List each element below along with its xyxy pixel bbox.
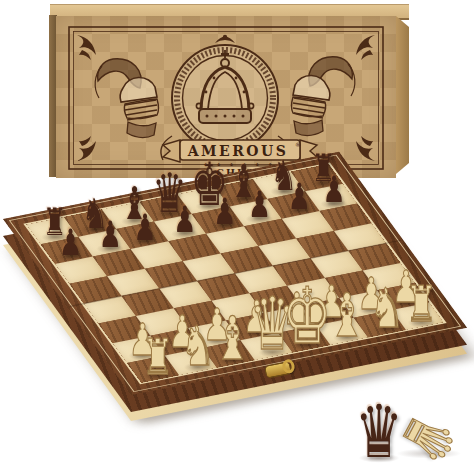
left-helmet [95,59,158,138]
trademark-symbol: ® [295,141,301,148]
right-helmet [292,57,355,136]
product-photo: AMEROUS ® ◆ ◆ ◆ ◆ ◆ ◆ CHESS ♜♞♝♛♚♝♞♜♟♟♟♟… [0,0,474,474]
piece-glyph: ♟ [303,172,366,208]
box-side-right [396,16,409,174]
piece-glyph: ♜ [390,279,453,328]
